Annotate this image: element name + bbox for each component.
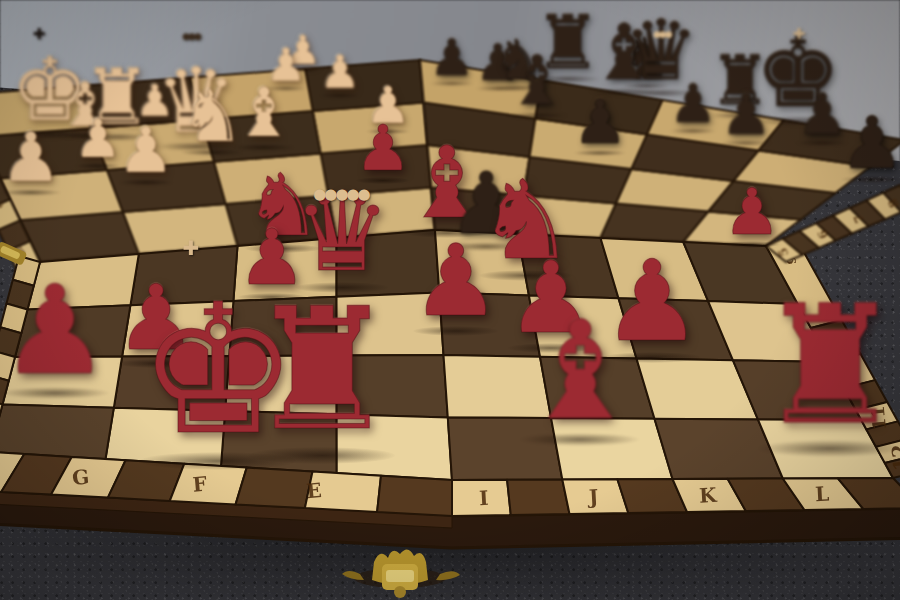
- pawn-glyph: ♟: [715, 83, 777, 145]
- coordinate-label: L: [814, 482, 829, 507]
- dark-bishop[interactable]: ♝: [500, 44, 574, 119]
- pawn-glyph: ♟: [833, 104, 900, 182]
- coordinate-label: I: [479, 486, 490, 510]
- coordinate-label: K: [699, 483, 718, 508]
- knight-glyph: ♞: [173, 77, 251, 155]
- pawn-glyph: ♟: [0, 121, 68, 195]
- coordinate-label: G: [71, 465, 90, 490]
- cream-knight[interactable]: ♞: [173, 77, 251, 157]
- border-cell: [377, 476, 452, 516]
- red-bishop[interactable]: ♝: [506, 297, 654, 448]
- bishop-glyph: ♝: [500, 44, 574, 118]
- bishop-glyph: ♝: [506, 297, 654, 445]
- red-pawn[interactable]: ♟: [0, 264, 122, 401]
- coordinate-label: F: [192, 471, 208, 496]
- dark-pawn[interactable]: ♟: [567, 89, 633, 156]
- cream-pawn[interactable]: ♟: [0, 121, 68, 196]
- photo-three-player-chess: HGFEIJKL910111256784321 ♟♜♟♞♟♟♞♝♛♟♝♜♟♚♟♟…: [0, 0, 900, 600]
- board-cell[interactable]: [0, 405, 114, 460]
- pawn-glyph: ♟: [717, 177, 787, 247]
- red-king[interactable]: ♚: [121, 273, 316, 472]
- brass-hinge[interactable]: [0, 238, 34, 284]
- king-glyph: ♚: [121, 273, 316, 468]
- brass-clasp[interactable]: [330, 540, 470, 600]
- red-pawn[interactable]: ♟: [402, 227, 510, 337]
- pawn-glyph: ♟: [315, 47, 365, 97]
- red-pawn[interactable]: ♟: [717, 177, 787, 248]
- cream-pawn[interactable]: ♟: [315, 47, 365, 98]
- border-cell: [507, 480, 569, 516]
- pawn-glyph: ♟: [0, 264, 122, 398]
- pawn-glyph: ♟: [112, 117, 180, 185]
- pawn-glyph: ♟: [567, 89, 633, 155]
- pawn-glyph: ♟: [664, 75, 722, 133]
- coordinate-label: E: [305, 478, 322, 503]
- cream-pawn[interactable]: ♟: [112, 117, 180, 186]
- dark-pawn[interactable]: ♟: [664, 75, 722, 134]
- red-rook[interactable]: ♜: [741, 277, 900, 459]
- dark-pawn[interactable]: ♟: [833, 104, 900, 184]
- rook-glyph: ♜: [741, 277, 900, 455]
- pawn-glyph: ♟: [402, 227, 510, 335]
- dark-pawn[interactable]: ♟: [715, 83, 777, 146]
